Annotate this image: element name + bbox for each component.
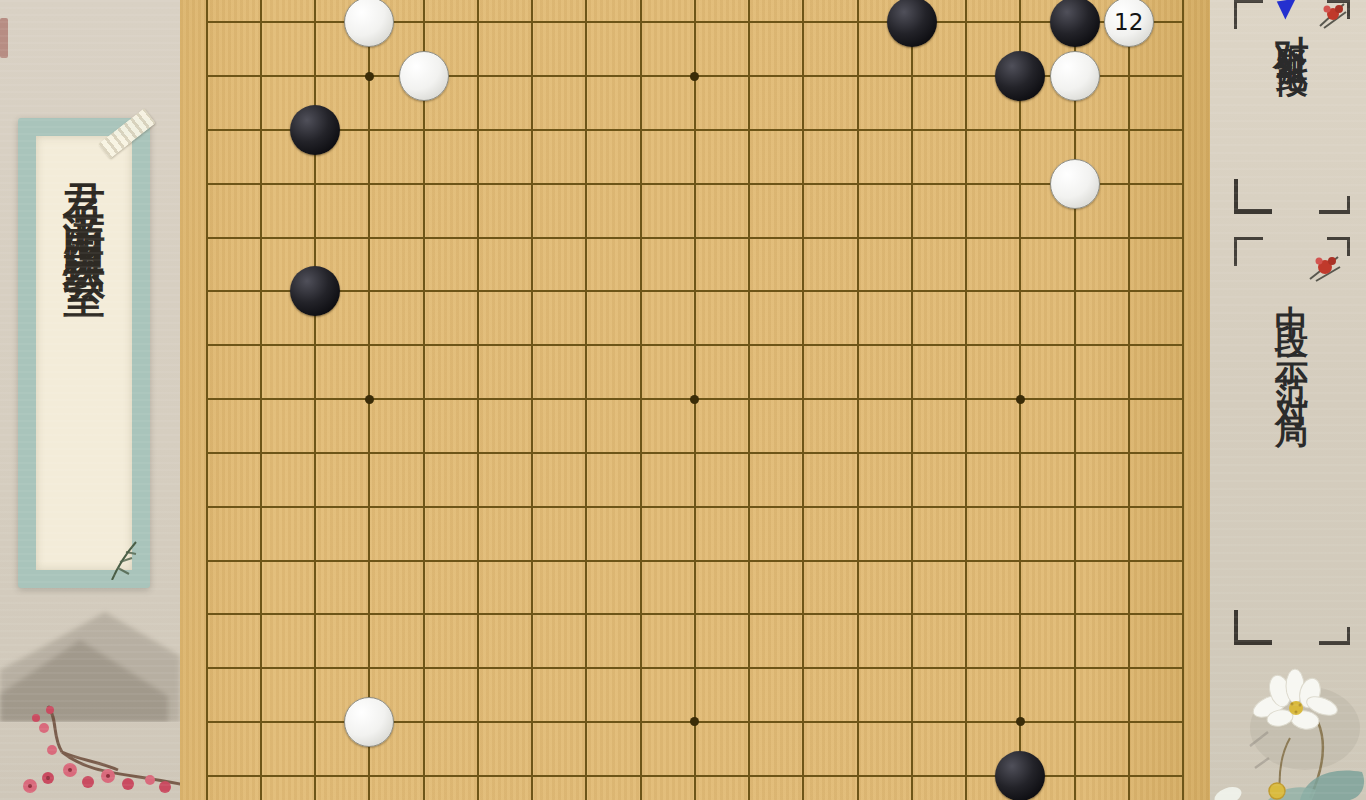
white-stone — [1050, 159, 1100, 209]
black-stone — [1050, 0, 1100, 47]
grid-line — [857, 0, 859, 800]
banner-paper: 君子游围棋教室 — [36, 136, 132, 570]
black-stone — [290, 266, 340, 316]
caption-stage: 中段 — [1276, 237, 1309, 317]
frame-corner-icon — [1319, 196, 1350, 214]
grid-line — [802, 0, 804, 800]
grid-line — [206, 237, 1185, 239]
white-stone — [344, 697, 394, 747]
move-number-label: 12 — [1114, 11, 1143, 34]
last-move-cursor — [1277, 0, 1298, 20]
grid-line — [206, 506, 1185, 508]
go-board[interactable]: 12 — [180, 0, 1210, 800]
white-stone — [344, 0, 394, 47]
black-stone — [995, 51, 1045, 101]
bamboo-sprig — [106, 536, 140, 580]
star-point — [365, 72, 374, 81]
left-decor-panel: 君子游围棋教室 — [0, 0, 180, 800]
right-decor-panel: 对 野狐七段 中段 示范对局 — [1210, 0, 1366, 800]
caption-block-stage: 中段 示范对局 — [1234, 237, 1350, 645]
grid-line — [531, 0, 533, 800]
grid-line — [206, 129, 1185, 131]
grid-line — [477, 0, 479, 800]
grid-line — [423, 0, 425, 800]
grid-line — [206, 667, 1185, 669]
grid-line — [206, 560, 1185, 562]
star-point — [1016, 717, 1025, 726]
grid-line — [1128, 0, 1130, 800]
plum-blossom-painting — [0, 690, 185, 800]
frame-corner-icon — [1234, 610, 1272, 645]
white-stone — [1050, 51, 1100, 101]
caption-block-opponent: 对 野狐七段 — [1234, 0, 1350, 214]
grid-line — [206, 344, 1185, 346]
grid-line — [748, 0, 750, 800]
black-stone — [887, 0, 937, 47]
frame-corner-icon — [1319, 627, 1350, 645]
grid-line — [1182, 0, 1184, 800]
calligraphy-banner: 君子游围棋教室 — [18, 118, 150, 588]
grid-line — [206, 183, 1185, 185]
star-point — [690, 717, 699, 726]
black-stone — [290, 105, 340, 155]
star-point — [690, 72, 699, 81]
star-point — [365, 395, 374, 404]
lotus-painting — [1210, 650, 1366, 800]
red-flower-icon — [1318, 0, 1348, 30]
black-stone — [995, 751, 1045, 800]
video-frame: 君子游围棋教室 — [0, 0, 1366, 800]
grid-line — [206, 290, 1185, 292]
white-stone — [399, 51, 449, 101]
grid-line — [206, 613, 1185, 615]
grid-line — [1074, 0, 1076, 800]
red-flower-icon — [1308, 251, 1342, 283]
grid-line — [260, 0, 262, 800]
banner-title: 君子游围棋教室 — [63, 136, 105, 570]
grid-line — [206, 452, 1185, 454]
star-point — [1016, 395, 1025, 404]
grid-line — [585, 0, 587, 800]
grid-line — [911, 0, 913, 800]
grid-line — [640, 0, 642, 800]
grid-line — [965, 0, 967, 800]
star-point — [690, 395, 699, 404]
white-stone-move-12: 12 — [1104, 0, 1154, 47]
grid-line — [206, 0, 208, 800]
edge-seal-mark — [0, 18, 8, 58]
frame-corner-icon — [1234, 179, 1272, 214]
caption-demo-game: 示范对局 — [1276, 317, 1309, 411]
